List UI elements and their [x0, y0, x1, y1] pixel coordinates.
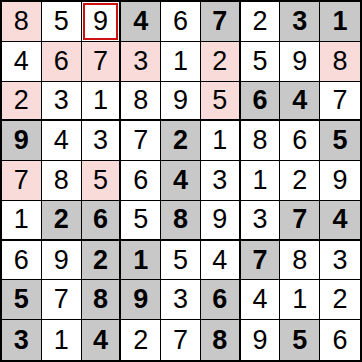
- cell-r1c1[interactable]: 8: [2, 2, 42, 42]
- cell-r2c2[interactable]: 6: [42, 42, 82, 82]
- cell-r6c3[interactable]: 6: [82, 201, 122, 241]
- cell-r7c6[interactable]: 4: [201, 241, 241, 281]
- cell-r4c9[interactable]: 5: [320, 121, 360, 161]
- cell-r2c8[interactable]: 9: [280, 42, 320, 82]
- cell-r8c4[interactable]: 9: [121, 280, 161, 320]
- cell-r9c2[interactable]: 1: [42, 320, 82, 360]
- cell-r1c8[interactable]: 3: [280, 2, 320, 42]
- cell-r6c2[interactable]: 2: [42, 201, 82, 241]
- cell-r4c8[interactable]: 6: [280, 121, 320, 161]
- cell-r3c3[interactable]: 1: [82, 82, 122, 122]
- cell-r3c6[interactable]: 5: [201, 82, 241, 122]
- cell-r4c7[interactable]: 8: [241, 121, 281, 161]
- cell-r9c5[interactable]: 7: [161, 320, 201, 360]
- cell-r8c7[interactable]: 4: [241, 280, 281, 320]
- cell-r3c4[interactable]: 8: [121, 82, 161, 122]
- sudoku-board: 8594672314673125982318956479437218657856…: [0, 0, 362, 362]
- cell-r1c6[interactable]: 7: [201, 2, 241, 42]
- cell-r5c4[interactable]: 6: [121, 161, 161, 201]
- cell-r9c1[interactable]: 3: [2, 320, 42, 360]
- cell-r6c1[interactable]: 1: [2, 201, 42, 241]
- cell-r2c9[interactable]: 8: [320, 42, 360, 82]
- cell-r5c2[interactable]: 8: [42, 161, 82, 201]
- cell-r7c4[interactable]: 1: [121, 241, 161, 281]
- cell-r5c3[interactable]: 5: [82, 161, 122, 201]
- cell-r8c8[interactable]: 1: [280, 280, 320, 320]
- cell-r8c9[interactable]: 2: [320, 280, 360, 320]
- cell-r6c9[interactable]: 4: [320, 201, 360, 241]
- cell-r1c5[interactable]: 6: [161, 2, 201, 42]
- cell-r7c5[interactable]: 5: [161, 241, 201, 281]
- cell-r9c7[interactable]: 9: [241, 320, 281, 360]
- cell-r6c8[interactable]: 7: [280, 201, 320, 241]
- cell-r7c2[interactable]: 9: [42, 241, 82, 281]
- cell-r2c4[interactable]: 3: [121, 42, 161, 82]
- cell-r5c8[interactable]: 2: [280, 161, 320, 201]
- cell-r3c5[interactable]: 9: [161, 82, 201, 122]
- cell-r9c3[interactable]: 4: [82, 320, 122, 360]
- cell-r1c4[interactable]: 4: [121, 2, 161, 42]
- cell-r7c3[interactable]: 2: [82, 241, 122, 281]
- cell-r6c7[interactable]: 3: [241, 201, 281, 241]
- cell-r3c9[interactable]: 7: [320, 82, 360, 122]
- cell-r6c4[interactable]: 5: [121, 201, 161, 241]
- cell-r1c9[interactable]: 1: [320, 2, 360, 42]
- cell-r1c7[interactable]: 2: [241, 2, 281, 42]
- cell-r7c8[interactable]: 8: [280, 241, 320, 281]
- cell-r9c4[interactable]: 2: [121, 320, 161, 360]
- cell-r5c9[interactable]: 9: [320, 161, 360, 201]
- cell-r5c1[interactable]: 7: [2, 161, 42, 201]
- cell-r1c2[interactable]: 5: [42, 2, 82, 42]
- cell-r4c5[interactable]: 2: [161, 121, 201, 161]
- cell-r3c7[interactable]: 6: [241, 82, 281, 122]
- cell-r9c6[interactable]: 8: [201, 320, 241, 360]
- cell-r4c4[interactable]: 7: [121, 121, 161, 161]
- cell-r4c6[interactable]: 1: [201, 121, 241, 161]
- cell-r8c6[interactable]: 6: [201, 280, 241, 320]
- cell-r3c2[interactable]: 3: [42, 82, 82, 122]
- cell-r9c8[interactable]: 5: [280, 320, 320, 360]
- cell-r8c3[interactable]: 8: [82, 280, 122, 320]
- cell-r4c1[interactable]: 9: [2, 121, 42, 161]
- cell-r8c1[interactable]: 5: [2, 280, 42, 320]
- cell-r5c6[interactable]: 3: [201, 161, 241, 201]
- cell-r8c2[interactable]: 7: [42, 280, 82, 320]
- cell-r8c5[interactable]: 3: [161, 280, 201, 320]
- cell-r7c9[interactable]: 3: [320, 241, 360, 281]
- cell-r9c9[interactable]: 6: [320, 320, 360, 360]
- cell-r4c2[interactable]: 4: [42, 121, 82, 161]
- cell-r7c1[interactable]: 6: [2, 241, 42, 281]
- cell-r7c7[interactable]: 7: [241, 241, 281, 281]
- cell-r2c7[interactable]: 5: [241, 42, 281, 82]
- cell-r5c5[interactable]: 4: [161, 161, 201, 201]
- cell-r3c1[interactable]: 2: [2, 82, 42, 122]
- cell-r5c7[interactable]: 1: [241, 161, 281, 201]
- cell-r4c3[interactable]: 3: [82, 121, 122, 161]
- cell-r2c6[interactable]: 2: [201, 42, 241, 82]
- cell-r6c6[interactable]: 9: [201, 201, 241, 241]
- cell-r2c1[interactable]: 4: [2, 42, 42, 82]
- cell-r1c3[interactable]: 9: [82, 2, 122, 42]
- cell-r2c3[interactable]: 7: [82, 42, 122, 82]
- cell-r3c8[interactable]: 4: [280, 82, 320, 122]
- cell-r2c5[interactable]: 1: [161, 42, 201, 82]
- cell-r6c5[interactable]: 8: [161, 201, 201, 241]
